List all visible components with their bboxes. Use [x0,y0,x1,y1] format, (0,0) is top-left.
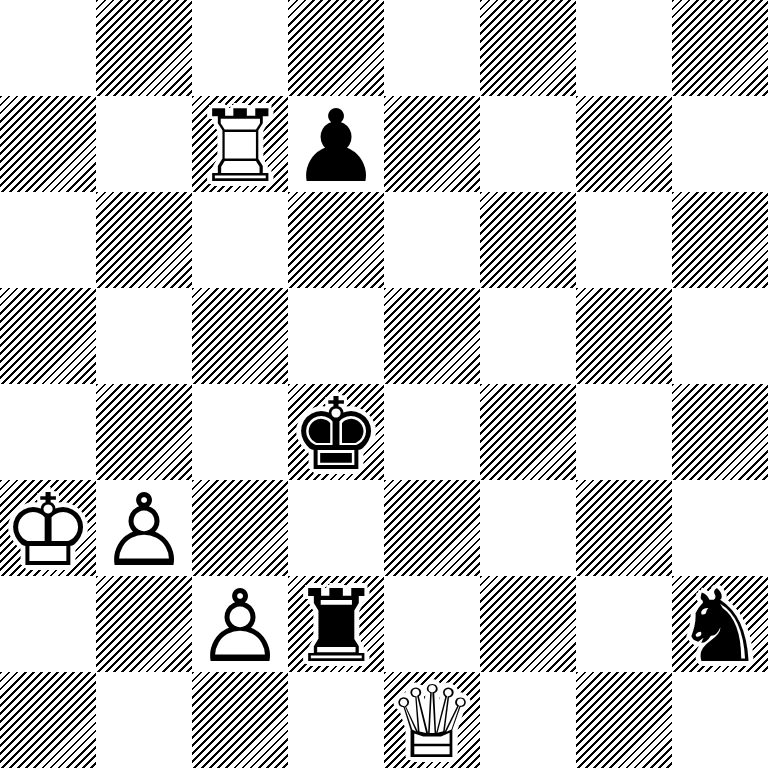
square-f7[interactable] [480,96,576,192]
square-e4[interactable] [384,384,480,480]
square-h8[interactable] [672,0,768,96]
square-g4[interactable] [576,384,672,480]
square-f3[interactable] [480,480,576,576]
square-e1[interactable]: ♛♕ [384,672,480,768]
square-c2[interactable]: ♟♙ [192,576,288,672]
square-a7[interactable] [0,96,96,192]
square-b1[interactable] [96,672,192,768]
square-c5[interactable] [192,288,288,384]
square-d8[interactable] [288,0,384,96]
square-f4[interactable] [480,384,576,480]
square-a4[interactable] [0,384,96,480]
white-pawn-b3[interactable]: ♙ [96,483,192,576]
white-queen-e1[interactable]: ♕ [384,675,480,768]
square-e7[interactable] [384,96,480,192]
square-g3[interactable] [576,480,672,576]
square-d5[interactable] [288,288,384,384]
square-g6[interactable] [576,192,672,288]
square-a2[interactable] [0,576,96,672]
square-b4[interactable] [96,384,192,480]
white-rook-c7[interactable]: ♖ [192,99,288,192]
square-c7[interactable]: ♜♖ [192,96,288,192]
square-f8[interactable] [480,0,576,96]
square-a3[interactable]: ♚♔ [0,480,96,576]
square-a5[interactable] [0,288,96,384]
square-h3[interactable] [672,480,768,576]
square-b7[interactable] [96,96,192,192]
square-d1[interactable] [288,672,384,768]
square-h2[interactable]: ♞♞ [672,576,768,672]
square-h5[interactable] [672,288,768,384]
square-b3[interactable]: ♟♙ [96,480,192,576]
square-e6[interactable] [384,192,480,288]
square-f1[interactable] [480,672,576,768]
square-b2[interactable] [96,576,192,672]
square-f5[interactable] [480,288,576,384]
square-b6[interactable] [96,192,192,288]
square-c6[interactable] [192,192,288,288]
square-h4[interactable] [672,384,768,480]
white-pawn-c2[interactable]: ♙ [192,579,288,672]
square-c4[interactable] [192,384,288,480]
black-pawn-d7[interactable]: ♟ [288,99,384,192]
square-f6[interactable] [480,192,576,288]
black-knight-h2[interactable]: ♞ [672,579,768,672]
square-a6[interactable] [0,192,96,288]
square-h7[interactable] [672,96,768,192]
square-b5[interactable] [96,288,192,384]
square-e8[interactable] [384,0,480,96]
square-b8[interactable] [96,0,192,96]
square-g1[interactable] [576,672,672,768]
square-c1[interactable] [192,672,288,768]
square-e2[interactable] [384,576,480,672]
black-king-d4[interactable]: ♚ [288,387,384,480]
square-c8[interactable] [192,0,288,96]
square-g2[interactable] [576,576,672,672]
square-g7[interactable] [576,96,672,192]
black-rook-d2[interactable]: ♜ [288,579,384,672]
square-d2[interactable]: ♜♜ [288,576,384,672]
square-e5[interactable] [384,288,480,384]
square-d3[interactable] [288,480,384,576]
square-h6[interactable] [672,192,768,288]
white-king-a3[interactable]: ♔ [0,483,96,576]
square-g5[interactable] [576,288,672,384]
square-a1[interactable] [0,672,96,768]
square-d6[interactable] [288,192,384,288]
square-h1[interactable] [672,672,768,768]
square-d4[interactable]: ♚♚ [288,384,384,480]
square-d7[interactable]: ♟♟ [288,96,384,192]
square-a8[interactable] [0,0,96,96]
chess-board: ♜♖♟♟♚♚♚♔♟♙♟♙♜♜♞♞♛♕ [0,0,768,768]
square-f2[interactable] [480,576,576,672]
square-g8[interactable] [576,0,672,96]
square-c3[interactable] [192,480,288,576]
square-e3[interactable] [384,480,480,576]
